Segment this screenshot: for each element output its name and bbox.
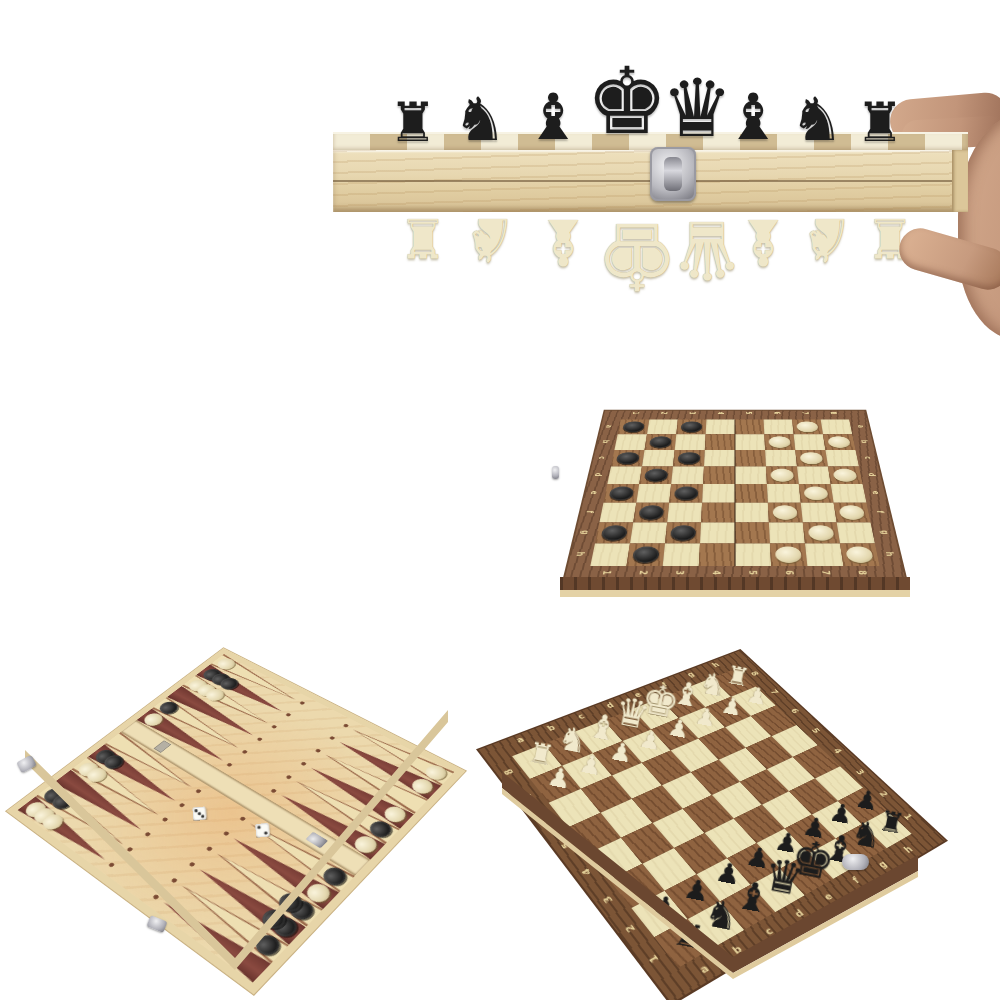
checkers-square — [590, 544, 630, 566]
checkers-square — [805, 544, 843, 566]
checker-ivory — [772, 505, 797, 519]
checkers-square — [614, 434, 647, 450]
coord-label: 8 — [829, 409, 839, 417]
checkers-square — [794, 434, 826, 450]
checkers-square — [704, 450, 735, 467]
coord-label: b — [600, 437, 611, 445]
coord-label: 1 — [641, 948, 665, 971]
checkers-square — [702, 484, 735, 503]
checkers-box-side-edge — [560, 590, 910, 597]
checkers-square — [675, 434, 706, 450]
checkers-square — [703, 467, 735, 485]
coord-label: h — [574, 548, 587, 560]
coord-label: 2 — [618, 918, 641, 940]
checkers-square — [831, 484, 867, 503]
product-photo-stage: ♜♞♝♚♛♝♞♜♜♞♝♚♛♝♞♜ 11aa22bb33cc44dd55ee66f… — [0, 0, 1000, 1000]
checkers-square — [767, 484, 801, 503]
die-pip — [198, 812, 201, 815]
checkers-square — [765, 450, 797, 467]
checkers-board: 11aa22bb33cc44dd55ee66ff77gg88hh — [562, 410, 908, 582]
checker-ivory — [768, 436, 791, 447]
checkers-fold-seam — [734, 419, 736, 566]
coord-label: a — [604, 422, 614, 430]
coord-label: e — [588, 488, 600, 498]
checkers-square — [647, 419, 678, 434]
coord-label: g — [878, 527, 891, 538]
coord-label: h — [897, 842, 919, 858]
die-pip — [194, 809, 197, 812]
checkers-square — [636, 484, 671, 503]
checkers-square — [706, 419, 735, 434]
checkers-square — [735, 503, 769, 523]
coord-label: d — [592, 470, 603, 479]
checkers-square — [735, 522, 770, 543]
checkers-square — [735, 419, 764, 434]
coord-label: 4 — [716, 409, 725, 417]
die-pip — [257, 826, 260, 829]
checkers-square — [801, 503, 837, 523]
checkers-square — [735, 434, 765, 450]
coord-label: e — [870, 488, 882, 498]
checkers-square — [769, 522, 805, 543]
checker-ivory — [800, 452, 824, 464]
coord-label: c — [596, 453, 607, 462]
checkers-square — [825, 450, 859, 467]
checkers-square — [667, 503, 702, 523]
checkers-square — [735, 544, 771, 566]
coord-label: 1 — [631, 409, 641, 417]
coord-label: f — [584, 507, 596, 518]
coord-label: 2 — [659, 409, 668, 417]
checkers-square — [699, 544, 735, 566]
coord-label: 5 — [744, 409, 753, 417]
die-pip — [264, 831, 267, 834]
coord-label: c — [862, 453, 873, 462]
coord-label: 7 — [801, 409, 810, 417]
coord-label: 3 — [688, 409, 697, 417]
checkers-square — [607, 467, 642, 485]
checkers-square — [764, 419, 794, 434]
checkers-square — [663, 544, 700, 566]
coord-label: a — [856, 422, 866, 430]
coord-label: 6 — [785, 704, 804, 718]
checker-ivory — [796, 421, 819, 432]
coord-label: d — [866, 470, 877, 479]
backgammon-board — [6, 648, 465, 994]
checkers-square — [599, 503, 636, 523]
checkers-square — [735, 484, 768, 503]
checkers-square — [705, 434, 735, 450]
checkers-square — [671, 467, 704, 485]
checkers-hinge-pin — [552, 466, 559, 479]
coord-label: b — [859, 437, 870, 445]
box-end-face — [952, 150, 968, 212]
box-piece-black-rook: ♜ — [835, 98, 925, 148]
checkers-square — [642, 450, 675, 467]
checkers-square — [735, 450, 766, 467]
coord-label: 3 — [596, 889, 619, 910]
die-pip — [201, 815, 204, 818]
checker-ivory — [770, 469, 794, 482]
coord-label: f — [874, 507, 886, 518]
checkers-square — [700, 522, 735, 543]
checkers-square — [821, 419, 853, 434]
chess-clasp-hook — [842, 854, 869, 870]
coord-label: 6 — [773, 409, 782, 417]
coord-label: g — [579, 527, 592, 538]
checker-ivory — [775, 546, 802, 562]
checkers-square — [701, 503, 735, 523]
metal-latch-clasp — [650, 147, 696, 201]
checkers-board-front-edge — [560, 577, 910, 590]
coord-label: h — [883, 548, 896, 560]
checkers-square — [837, 522, 875, 543]
checkers-square — [735, 467, 767, 485]
checkers-square — [797, 467, 831, 485]
checkers-square — [630, 522, 667, 543]
